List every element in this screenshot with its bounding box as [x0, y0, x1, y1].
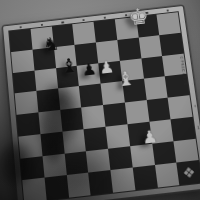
- square-g3[interactable]: [141, 56, 165, 79]
- board-logo-ornament: ❖: [182, 165, 197, 181]
- frame-tick: [104, 16, 106, 19]
- square-d4[interactable]: [79, 84, 103, 108]
- square-d5[interactable]: [81, 105, 105, 129]
- square-a6[interactable]: [18, 134, 42, 158]
- square-a5[interactable]: [17, 112, 41, 136]
- piece-white-king-f1[interactable]: ♚: [127, 5, 150, 29]
- square-f7[interactable]: [130, 143, 155, 168]
- square-a2[interactable]: [11, 49, 34, 72]
- square-c5[interactable]: [60, 107, 84, 131]
- square-h6[interactable]: [171, 117, 196, 141]
- square-e1[interactable]: [94, 19, 118, 42]
- frame-tick: [83, 19, 85, 22]
- piece-white-pawn-e3[interactable]: ♟: [98, 59, 115, 77]
- square-c7[interactable]: [64, 151, 88, 176]
- square-d6[interactable]: [84, 126, 108, 150]
- chess-board-frame: ♚♞♝♟♟♝♟ ❖ ©PRECHESS ····+10h: [3, 6, 200, 200]
- piece-black-bishop-c3[interactable]: ♝: [59, 56, 79, 77]
- piece-black-knight-b2[interactable]: ♞: [42, 34, 60, 54]
- square-g2[interactable]: [138, 35, 162, 58]
- square-e5[interactable]: [103, 103, 127, 127]
- frame-tick: [125, 14, 127, 17]
- square-e7[interactable]: [108, 146, 133, 171]
- square-a4[interactable]: [15, 91, 38, 115]
- square-f2[interactable]: [117, 37, 141, 60]
- square-b5[interactable]: [38, 110, 62, 134]
- square-b8[interactable]: [44, 175, 68, 200]
- photo-stage: ♚♞♝♟♟♝♟ ❖ ©PRECHESS ····+10h: [0, 0, 200, 200]
- frame-edge-mark: ·: [191, 82, 193, 86]
- square-g5[interactable]: [146, 98, 170, 122]
- frame-edge-mark: 1: [196, 124, 199, 129]
- frame-edge-mark: ·: [188, 61, 190, 65]
- square-h5[interactable]: [168, 95, 193, 119]
- square-e6[interactable]: [105, 124, 129, 148]
- square-a8[interactable]: [22, 178, 46, 200]
- frame-tick: [62, 21, 64, 24]
- square-b4[interactable]: [36, 89, 60, 113]
- piece-white-bishop-f4[interactable]: ♝: [116, 69, 136, 90]
- square-b6[interactable]: [40, 131, 64, 155]
- square-f8[interactable]: [132, 165, 157, 190]
- square-h2[interactable]: [159, 33, 183, 56]
- square-e8[interactable]: [110, 168, 135, 193]
- frame-edge-mark: ·: [185, 40, 187, 44]
- square-g4[interactable]: [144, 76, 168, 100]
- square-b3[interactable]: [34, 68, 57, 91]
- square-b7[interactable]: [42, 153, 66, 178]
- piece-black-pawn-d3[interactable]: ♟: [81, 61, 98, 79]
- square-h1[interactable]: [157, 12, 181, 35]
- square-c8[interactable]: [66, 173, 90, 198]
- chess-board[interactable]: [9, 12, 200, 200]
- piece-white-pawn-g6[interactable]: ♟: [141, 128, 158, 147]
- square-d8[interactable]: [88, 170, 113, 195]
- square-a3[interactable]: [13, 70, 36, 93]
- frame-edge-mark: ·: [182, 20, 184, 24]
- square-f5[interactable]: [125, 100, 149, 124]
- frame-edge-mark: +: [193, 103, 196, 108]
- square-d7[interactable]: [86, 148, 110, 173]
- frame-tick: [40, 23, 42, 26]
- frame-tick: [19, 26, 21, 29]
- square-h7[interactable]: [174, 138, 199, 163]
- frame-edge-mark: 0: [199, 146, 200, 151]
- square-c4[interactable]: [58, 86, 82, 110]
- square-a7[interactable]: [20, 156, 44, 181]
- square-a1[interactable]: [9, 29, 32, 52]
- square-d1[interactable]: [72, 22, 95, 45]
- square-g8[interactable]: [155, 163, 180, 188]
- frame-tick: [167, 9, 169, 12]
- square-c6[interactable]: [62, 129, 86, 153]
